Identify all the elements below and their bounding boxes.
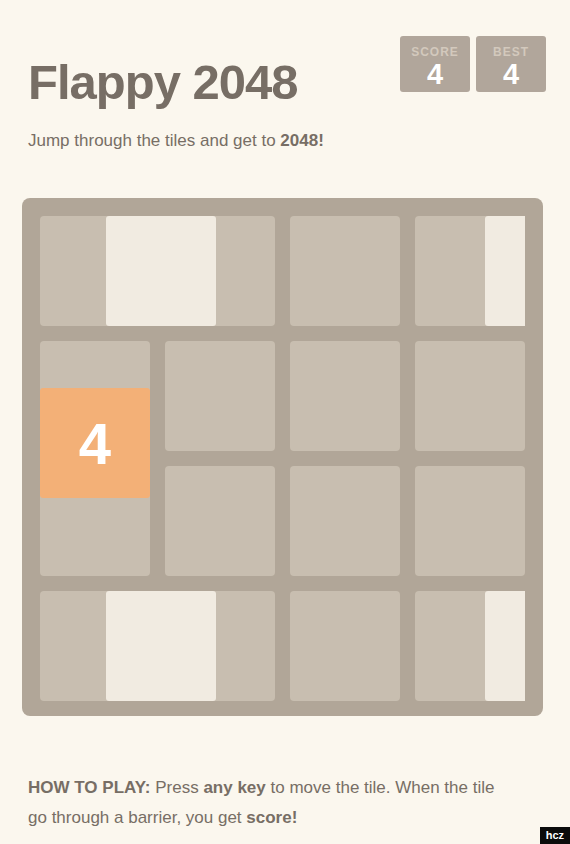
score-box: SCORE 4 — [400, 36, 470, 92]
howto-intro: HOW TO PLAY: — [28, 778, 150, 797]
best-label: BEST — [476, 45, 546, 59]
page-title: Flappy 2048 — [28, 54, 298, 110]
howto-score: score! — [246, 808, 297, 827]
subtitle-text: Jump through the tiles and get to — [28, 131, 280, 150]
player-tile-value: 4 — [79, 410, 111, 477]
subtitle: Jump through the tiles and get to 2048! — [28, 130, 324, 152]
score-label: SCORE — [400, 45, 470, 59]
barrier-tile-top-right — [485, 216, 525, 326]
howto-anykey: any key — [203, 778, 265, 797]
best-box: BEST 4 — [476, 36, 546, 92]
subtitle-goal: 2048! — [280, 131, 323, 150]
barrier-tile-bottom-right — [485, 591, 525, 701]
score-value: 4 — [400, 60, 470, 89]
howto-text: HOW TO PLAY: Press any key to move the t… — [28, 773, 548, 833]
barrier-tile-top-left — [106, 216, 216, 326]
barrier-tile-bottom-left — [106, 591, 216, 701]
watermark-hcz: hcz — [540, 827, 570, 844]
tile-layer: 4 — [40, 216, 525, 701]
best-value: 4 — [476, 60, 546, 89]
game-board[interactable]: 4 — [22, 198, 543, 716]
player-tile: 4 — [40, 388, 150, 498]
